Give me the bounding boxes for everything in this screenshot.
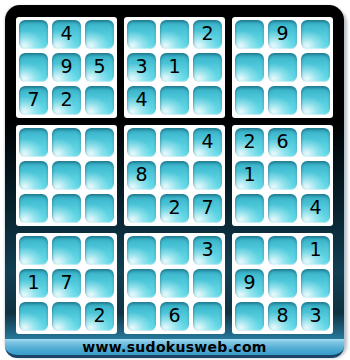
box-2-1 xyxy=(16,125,117,226)
cell-r8c6[interactable] xyxy=(193,269,222,298)
cell-r8c7[interactable]: 9 xyxy=(235,269,264,298)
cell-r8c2[interactable]: 7 xyxy=(52,269,81,298)
box-1-1: 49572 xyxy=(16,17,117,118)
given-digit: 3 xyxy=(201,240,213,259)
given-digit: 9 xyxy=(243,273,255,292)
sudoku-board: 495722314948272614172361983 www.sudokusw… xyxy=(5,5,344,355)
cell-r1c8[interactable]: 9 xyxy=(268,20,297,49)
cell-r6c1[interactable] xyxy=(19,194,48,223)
cell-r7c3[interactable] xyxy=(85,236,114,265)
cell-r3c1[interactable]: 7 xyxy=(19,86,48,115)
given-digit: 5 xyxy=(93,57,105,76)
cell-r3c6[interactable] xyxy=(193,86,222,115)
cell-r8c9[interactable] xyxy=(301,269,330,298)
cell-r6c6[interactable]: 7 xyxy=(193,194,222,223)
cell-r9c3[interactable]: 2 xyxy=(85,302,114,331)
cell-r7c2[interactable] xyxy=(52,236,81,265)
cell-r5c4[interactable]: 8 xyxy=(127,161,156,190)
cell-r2c1[interactable] xyxy=(19,53,48,82)
cell-r5c5[interactable] xyxy=(160,161,189,190)
cell-r7c5[interactable] xyxy=(160,236,189,265)
cell-r5c3[interactable] xyxy=(85,161,114,190)
given-digit: 6 xyxy=(276,132,288,151)
given-digit: 7 xyxy=(27,90,39,109)
cell-r8c1[interactable]: 1 xyxy=(19,269,48,298)
cell-r3c2[interactable]: 2 xyxy=(52,86,81,115)
cell-r7c7[interactable] xyxy=(235,236,264,265)
cell-r1c9[interactable] xyxy=(301,20,330,49)
cell-r1c1[interactable] xyxy=(19,20,48,49)
footer-bar: www.sudokusweb.com xyxy=(5,339,344,358)
cell-r5c1[interactable] xyxy=(19,161,48,190)
given-digit: 8 xyxy=(135,165,147,184)
cell-r7c6[interactable]: 3 xyxy=(193,236,222,265)
cell-r1c4[interactable] xyxy=(127,20,156,49)
cell-r9c5[interactable]: 6 xyxy=(160,302,189,331)
given-digit: 1 xyxy=(243,165,255,184)
cell-r1c7[interactable] xyxy=(235,20,264,49)
given-digit: 9 xyxy=(276,24,288,43)
given-digit: 2 xyxy=(168,198,180,217)
cell-r4c1[interactable] xyxy=(19,128,48,157)
box-3-3: 1983 xyxy=(232,233,333,334)
cell-r8c3[interactable] xyxy=(85,269,114,298)
given-digit: 4 xyxy=(309,198,321,217)
cell-r7c9[interactable]: 1 xyxy=(301,236,330,265)
cell-r6c8[interactable] xyxy=(268,194,297,223)
cell-r8c5[interactable] xyxy=(160,269,189,298)
cell-r2c9[interactable] xyxy=(301,53,330,82)
cell-r7c1[interactable] xyxy=(19,236,48,265)
given-digit: 3 xyxy=(309,306,321,325)
cell-r8c4[interactable] xyxy=(127,269,156,298)
given-digit: 4 xyxy=(135,90,147,109)
cell-r3c4[interactable]: 4 xyxy=(127,86,156,115)
box-2-3: 2614 xyxy=(232,125,333,226)
given-digit: 7 xyxy=(201,198,213,217)
cell-r5c6[interactable] xyxy=(193,161,222,190)
cell-r6c3[interactable] xyxy=(85,194,114,223)
cell-r3c9[interactable] xyxy=(301,86,330,115)
given-digit: 6 xyxy=(168,306,180,325)
cell-r6c7[interactable] xyxy=(235,194,264,223)
cell-r6c5[interactable]: 2 xyxy=(160,194,189,223)
given-digit: 4 xyxy=(201,132,213,151)
cell-r3c3[interactable] xyxy=(85,86,114,115)
given-digit: 8 xyxy=(276,306,288,325)
cell-r6c9[interactable]: 4 xyxy=(301,194,330,223)
given-digit: 7 xyxy=(60,273,72,292)
cell-r6c2[interactable] xyxy=(52,194,81,223)
cell-r4c3[interactable] xyxy=(85,128,114,157)
given-digit: 1 xyxy=(168,57,180,76)
given-digit: 3 xyxy=(135,57,147,76)
given-digit: 2 xyxy=(243,132,255,151)
given-digit: 1 xyxy=(309,240,321,259)
grid-area: 495722314948272614172361983 xyxy=(5,5,344,339)
cell-r7c8[interactable] xyxy=(268,236,297,265)
cell-r9c9[interactable]: 3 xyxy=(301,302,330,331)
given-digit: 1 xyxy=(27,273,39,292)
cell-r4c8[interactable]: 6 xyxy=(268,128,297,157)
cell-r9c4[interactable] xyxy=(127,302,156,331)
cell-r4c9[interactable] xyxy=(301,128,330,157)
cell-r4c5[interactable] xyxy=(160,128,189,157)
cell-r2c4[interactable]: 3 xyxy=(127,53,156,82)
cell-r4c7[interactable]: 2 xyxy=(235,128,264,157)
cell-r7c4[interactable] xyxy=(127,236,156,265)
cell-r1c5[interactable] xyxy=(160,20,189,49)
cell-r3c7[interactable] xyxy=(235,86,264,115)
website-link[interactable]: www.sudokusweb.com xyxy=(82,339,266,355)
cell-r2c2[interactable]: 9 xyxy=(52,53,81,82)
cell-r4c6[interactable]: 4 xyxy=(193,128,222,157)
given-digit: 2 xyxy=(201,24,213,43)
cell-r3c8[interactable] xyxy=(268,86,297,115)
box-3-1: 172 xyxy=(16,233,117,334)
sudoku-grid: 495722314948272614172361983 xyxy=(16,17,333,334)
cell-r4c4[interactable] xyxy=(127,128,156,157)
cell-r4c2[interactable] xyxy=(52,128,81,157)
box-2-2: 4827 xyxy=(124,125,225,226)
cell-r5c9[interactable] xyxy=(301,161,330,190)
given-digit: 2 xyxy=(60,90,72,109)
cell-r9c6[interactable] xyxy=(193,302,222,331)
cell-r5c2[interactable] xyxy=(52,161,81,190)
cell-r1c3[interactable] xyxy=(85,20,114,49)
cell-r2c7[interactable] xyxy=(235,53,264,82)
cell-r5c7[interactable]: 1 xyxy=(235,161,264,190)
box-1-2: 2314 xyxy=(124,17,225,118)
cell-r9c1[interactable] xyxy=(19,302,48,331)
box-1-3: 9 xyxy=(232,17,333,118)
cell-r8c8[interactable] xyxy=(268,269,297,298)
cell-r2c8[interactable] xyxy=(268,53,297,82)
cell-r1c2[interactable]: 4 xyxy=(52,20,81,49)
cell-r5c8[interactable] xyxy=(268,161,297,190)
box-3-2: 36 xyxy=(124,233,225,334)
cell-r6c4[interactable] xyxy=(127,194,156,223)
cell-r9c2[interactable] xyxy=(52,302,81,331)
cell-r1c6[interactable]: 2 xyxy=(193,20,222,49)
given-digit: 2 xyxy=(93,306,105,325)
given-digit: 9 xyxy=(60,57,72,76)
cell-r9c8[interactable]: 8 xyxy=(268,302,297,331)
cell-r2c5[interactable]: 1 xyxy=(160,53,189,82)
given-digit: 4 xyxy=(60,24,72,43)
cell-r2c6[interactable] xyxy=(193,53,222,82)
cell-r9c7[interactable] xyxy=(235,302,264,331)
cell-r3c5[interactable] xyxy=(160,86,189,115)
cell-r2c3[interactable]: 5 xyxy=(85,53,114,82)
